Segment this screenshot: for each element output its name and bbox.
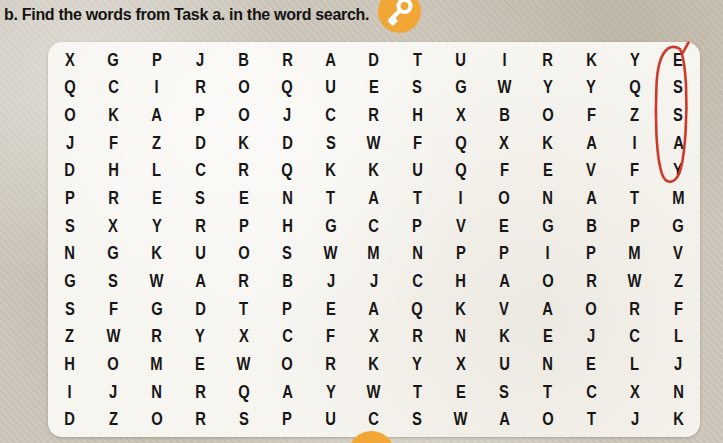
grid-cell-r10c11: V — [499, 300, 509, 318]
grid-cell-r5c15: Y — [673, 161, 683, 179]
grid-cell-r9c5: R — [238, 272, 249, 290]
grid-cell-r14c12: O — [542, 410, 553, 428]
grid-cell-r11c11: K — [499, 327, 510, 345]
grid-cell-r11c3: R — [151, 327, 162, 345]
grid-cell-r10c4: D — [195, 300, 206, 318]
grid-cell-r2c2: C — [108, 78, 119, 96]
grid-cell-r9c7: J — [326, 272, 334, 290]
grid-cell-r1c14: Y — [630, 51, 640, 69]
grid-cell-r8c14: M — [629, 244, 641, 262]
task-title: b. Find the words from Task a. in the wo… — [4, 6, 369, 23]
grid-cell-r1c15: E — [673, 51, 683, 69]
grid-cell-r7c15: G — [673, 217, 684, 235]
grid-cell-r5c5: R — [238, 161, 249, 179]
grid-cell-r8c1: N — [64, 244, 75, 262]
grid-cell-r6c3: E — [152, 189, 162, 207]
word-search-grid: XGPJBRADTUIRKYEQCIROQUESGWYYQSOKAPOJCRHX… — [48, 42, 700, 437]
grid-cell-r5c12: E — [543, 161, 553, 179]
grid-cell-r7c5: P — [239, 217, 249, 235]
grid-cell-r4c7: S — [326, 134, 336, 152]
grid-cell-r11c1: Z — [65, 327, 74, 345]
grid-cell-r13c9: T — [413, 383, 422, 401]
grid-cell-r3c2: K — [108, 106, 119, 124]
grid-cell-r5c4: C — [195, 161, 206, 179]
grid-cell-r14c7: U — [325, 410, 336, 428]
grid-cell-r3c5: O — [238, 106, 249, 124]
grid-cell-r10c12: A — [543, 300, 554, 318]
grid-cell-r3c11: B — [499, 106, 510, 124]
grid-cell-r9c15: Z — [674, 272, 683, 290]
grid-cell-r4c2: F — [109, 134, 118, 152]
grid-cell-r6c12: N — [543, 189, 554, 207]
grid-cell-r4c11: X — [499, 134, 509, 152]
grid-cell-r12c14: L — [630, 355, 639, 373]
grid-cell-r11c12: E — [543, 327, 553, 345]
grid-cell-r10c5: T — [239, 300, 248, 318]
grid-cell-r8c7: W — [324, 244, 338, 262]
grid-cell-r9c6: B — [282, 272, 293, 290]
grid-cell-r3c6: J — [283, 106, 291, 124]
grid-cell-r11c4: Y — [195, 327, 205, 345]
grid-cell-r11c6: C — [282, 327, 293, 345]
grid-cell-r7c10: V — [456, 217, 466, 235]
grid-cell-r5c8: K — [369, 161, 380, 179]
grid-cell-r12c13: E — [586, 355, 596, 373]
grid-cell-r9c3: W — [150, 272, 164, 290]
grid-cell-r14c3: O — [151, 410, 162, 428]
grid-cell-r3c1: O — [64, 106, 75, 124]
grid-cell-r7c8: C — [369, 217, 380, 235]
grid-cell-r3c8: R — [369, 106, 380, 124]
grid-cell-r10c2: F — [109, 300, 118, 318]
grid-cell-r12c9: Y — [413, 355, 423, 373]
grid-cell-r1c3: P — [152, 51, 162, 69]
grid-cell-r1c10: U — [456, 51, 467, 69]
grid-cell-r2c8: E — [369, 78, 379, 96]
grid-cell-r2c13: Y — [586, 78, 596, 96]
grid-cell-r7c7: G — [325, 217, 336, 235]
grid-cell-r13c10: E — [456, 383, 466, 401]
grid-cell-r9c8: J — [370, 272, 378, 290]
grid-cell-r3c13: F — [587, 106, 596, 124]
grid-cell-r13c15: N — [673, 383, 684, 401]
grid-cell-r2c11: W — [497, 78, 511, 96]
grid-cell-r2c1: Q — [64, 78, 75, 96]
grid-cell-r7c12: G — [542, 217, 553, 235]
grid-cell-r12c11: U — [499, 355, 510, 373]
grid-cell-r5c9: U — [412, 161, 423, 179]
grid-cell-r10c3: G — [151, 300, 162, 318]
grid-cell-r1c7: A — [325, 51, 336, 69]
grid-cell-r10c10: K — [456, 300, 467, 318]
grid-cell-r11c5: X — [239, 327, 249, 345]
grid-cell-r11c7: F — [326, 327, 335, 345]
grid-cell-r2c9: S — [413, 78, 423, 96]
grid-cell-r6c13: A — [586, 189, 597, 207]
grid-cell-r2c10: G — [455, 78, 466, 96]
grid-cell-r2c12: Y — [543, 78, 553, 96]
grid-cell-r14c9: S — [413, 410, 423, 428]
grid-cell-r6c10: I — [459, 189, 463, 207]
grid-cell-r11c15: L — [674, 327, 683, 345]
grid-cell-r6c1: P — [65, 189, 75, 207]
grid-cell-r6c6: N — [282, 189, 293, 207]
answer-key-button[interactable] — [378, 0, 421, 33]
grid-cell-r6c5: E — [239, 189, 249, 207]
grid-cell-r13c8: W — [367, 383, 381, 401]
grid-cell-r14c10: W — [454, 410, 468, 428]
grid-cell-r8c9: N — [412, 244, 423, 262]
grid-cell-r4c6: D — [282, 134, 293, 152]
grid-cell-r13c12: T — [543, 383, 552, 401]
grid-cell-r5c7: K — [325, 161, 336, 179]
key-icon — [378, 0, 421, 33]
grid-cell-r8c11: P — [499, 244, 509, 262]
grid-cell-r1c1: X — [65, 51, 75, 69]
grid-cell-r5c1: D — [64, 161, 75, 179]
grid-cell-r10c6: P — [282, 300, 292, 318]
grid-cell-r14c8: C — [369, 410, 380, 428]
grid-cell-r8c10: P — [456, 244, 466, 262]
grid-cell-r8c3: K — [151, 244, 162, 262]
grid-cell-r5c11: F — [500, 161, 509, 179]
word-search-panel: XGPJBRADTUIRKYEQCIROQUESGWYYQSOKAPOJCRHX… — [48, 42, 700, 437]
task-header: b. Find the words from Task a. in the wo… — [4, 6, 369, 24]
grid-cell-r13c6: A — [282, 383, 293, 401]
grid-cell-r7c2: X — [108, 217, 118, 235]
grid-cell-r12c8: K — [369, 355, 380, 373]
grid-cell-r6c8: A — [369, 189, 380, 207]
grid-cell-r6c9: T — [413, 189, 422, 207]
grid-cell-r1c12: R — [543, 51, 554, 69]
grid-cell-r6c4: S — [195, 189, 205, 207]
grid-cell-r3c3: A — [151, 106, 162, 124]
grid-cell-r5c2: H — [108, 161, 119, 179]
grid-cell-r12c5: W — [237, 355, 251, 373]
grid-cell-r4c1: J — [66, 134, 74, 152]
grid-cell-r10c15: F — [674, 300, 683, 318]
grid-cell-r12c10: X — [456, 355, 466, 373]
grid-cell-r7c9: P — [413, 217, 423, 235]
grid-cell-r5c14: F — [630, 161, 639, 179]
grid-cell-r1c2: G — [107, 51, 118, 69]
grid-cell-r6c11: O — [499, 189, 510, 207]
grid-cell-r11c14: C — [629, 327, 640, 345]
grid-cell-r2c15: S — [673, 78, 683, 96]
grid-cell-r4c14: I — [633, 134, 637, 152]
grid-cell-r11c2: W — [106, 327, 120, 345]
grid-cell-r12c4: E — [195, 355, 205, 373]
grid-cell-r4c13: A — [586, 134, 597, 152]
grid-cell-r9c10: H — [456, 272, 467, 290]
grid-cell-r5c6: Q — [281, 161, 292, 179]
grid-cell-r6c14: T — [630, 189, 639, 207]
grid-cell-r12c1: H — [64, 355, 75, 373]
grid-cell-r12c15: J — [674, 355, 682, 373]
grid-cell-r14c14: J — [631, 410, 639, 428]
grid-cell-r3c4: P — [195, 106, 205, 124]
grid-cell-r1c4: J — [196, 51, 204, 69]
grid-cell-r10c13: O — [586, 300, 597, 318]
grid-cell-r10c1: S — [65, 300, 75, 318]
grid-cell-r13c3: N — [151, 383, 162, 401]
grid-cell-r9c11: A — [499, 272, 510, 290]
grid-cell-r9c1: G — [64, 272, 75, 290]
grid-cell-r13c5: Q — [238, 383, 249, 401]
grid-cell-r11c8: X — [369, 327, 379, 345]
grid-cell-r6c15: M — [672, 189, 684, 207]
grid-cell-r4c15: A — [673, 134, 684, 152]
grid-cell-r9c2: S — [108, 272, 118, 290]
grid-cell-r4c3: Z — [152, 134, 161, 152]
grid-cell-r12c2: O — [107, 355, 118, 373]
grid-cell-r4c10: Q — [455, 134, 466, 152]
grid-cell-r7c11: E — [499, 217, 509, 235]
grid-cell-r7c6: H — [282, 217, 293, 235]
grid-cell-r12c7: R — [325, 355, 336, 373]
grid-cell-r12c3: M — [151, 355, 163, 373]
grid-cell-r5c13: V — [586, 161, 596, 179]
grid-cell-r9c4: A — [195, 272, 206, 290]
grid-cell-r10c9: Q — [412, 300, 423, 318]
grid-cell-r3c15: S — [673, 106, 683, 124]
grid-cell-r4c4: D — [195, 134, 206, 152]
grid-cell-r4c5: K — [238, 134, 249, 152]
grid-cell-r14c1: D — [64, 410, 75, 428]
grid-cell-r1c11: I — [502, 51, 506, 69]
grid-cell-r8c2: G — [107, 244, 118, 262]
grid-cell-r3c12: O — [542, 106, 553, 124]
grid-cell-r13c14: X — [630, 383, 640, 401]
grid-cell-r9c12: O — [542, 272, 553, 290]
grid-cell-r9c13: R — [586, 272, 597, 290]
grid-cell-r10c7: E — [326, 300, 336, 318]
grid-cell-r6c7: T — [326, 189, 335, 207]
grid-cell-r13c11: S — [499, 383, 509, 401]
grid-cell-r13c4: R — [195, 383, 206, 401]
grid-cell-r11c13: J — [587, 327, 595, 345]
grid-cell-r14c6: P — [282, 410, 292, 428]
grid-cell-r10c8: A — [369, 300, 380, 318]
grid-cell-r5c10: Q — [455, 161, 466, 179]
grid-cell-r13c7: Y — [326, 383, 336, 401]
grid-cell-r1c8: D — [369, 51, 380, 69]
grid-cell-r2c7: U — [325, 78, 336, 96]
grid-cell-r3c7: C — [325, 106, 336, 124]
grid-cell-r8c5: O — [238, 244, 249, 262]
grid-cell-r14c15: K — [673, 410, 684, 428]
grid-cell-r8c4: U — [195, 244, 206, 262]
grid-cell-r2c6: Q — [281, 78, 292, 96]
grid-cell-r8c15: V — [673, 244, 683, 262]
grid-cell-r7c14: P — [630, 217, 640, 235]
grid-cell-r7c1: S — [65, 217, 75, 235]
grid-cell-r10c14: R — [629, 300, 640, 318]
grid-cell-r7c13: B — [586, 217, 597, 235]
grid-cell-r2c4: R — [195, 78, 206, 96]
grid-cell-r2c5: O — [238, 78, 249, 96]
grid-cell-r6c2: R — [108, 189, 119, 207]
grid-cell-r8c13: P — [586, 244, 596, 262]
grid-cell-r7c4: R — [195, 217, 206, 235]
grid-cell-r3c9: H — [412, 106, 423, 124]
grid-cell-r2c14: Q — [629, 78, 640, 96]
grid-cell-r1c13: K — [586, 51, 597, 69]
grid-cell-r5c3: L — [152, 161, 161, 179]
grid-cell-r7c3: Y — [152, 217, 162, 235]
grid-cell-r12c6: O — [281, 355, 292, 373]
grid-cell-r11c9: R — [412, 327, 423, 345]
grid-cell-r14c2: Z — [109, 410, 118, 428]
grid-cell-r14c13: T — [587, 410, 596, 428]
grid-cell-r14c4: R — [195, 410, 206, 428]
grid-cell-r2c3: I — [155, 78, 159, 96]
grid-cell-r8c8: M — [368, 244, 380, 262]
grid-cell-r13c13: C — [586, 383, 597, 401]
grid-cell-r1c9: T — [413, 51, 422, 69]
grid-cell-r1c6: R — [282, 51, 293, 69]
grid-cell-r4c8: W — [367, 134, 381, 152]
grid-cell-r3c10: X — [456, 106, 466, 124]
grid-cell-r13c2: J — [109, 383, 117, 401]
grid-cell-r9c9: C — [412, 272, 423, 290]
grid-cell-r9c14: W — [628, 272, 642, 290]
grid-cell-r11c10: N — [456, 327, 467, 345]
grid-cell-r12c12: N — [543, 355, 554, 373]
grid-cell-r13c1: I — [68, 383, 72, 401]
grid-cell-r14c5: S — [239, 410, 249, 428]
grid-cell-r8c12: I — [546, 244, 550, 262]
grid-cell-r1c5: B — [238, 51, 249, 69]
grid-cell-r14c11: A — [499, 410, 510, 428]
grid-cell-r8c6: S — [282, 244, 292, 262]
grid-cell-r3c14: Z — [630, 106, 639, 124]
grid-cell-r4c12: K — [543, 134, 554, 152]
grid-cell-r4c9: F — [413, 134, 422, 152]
